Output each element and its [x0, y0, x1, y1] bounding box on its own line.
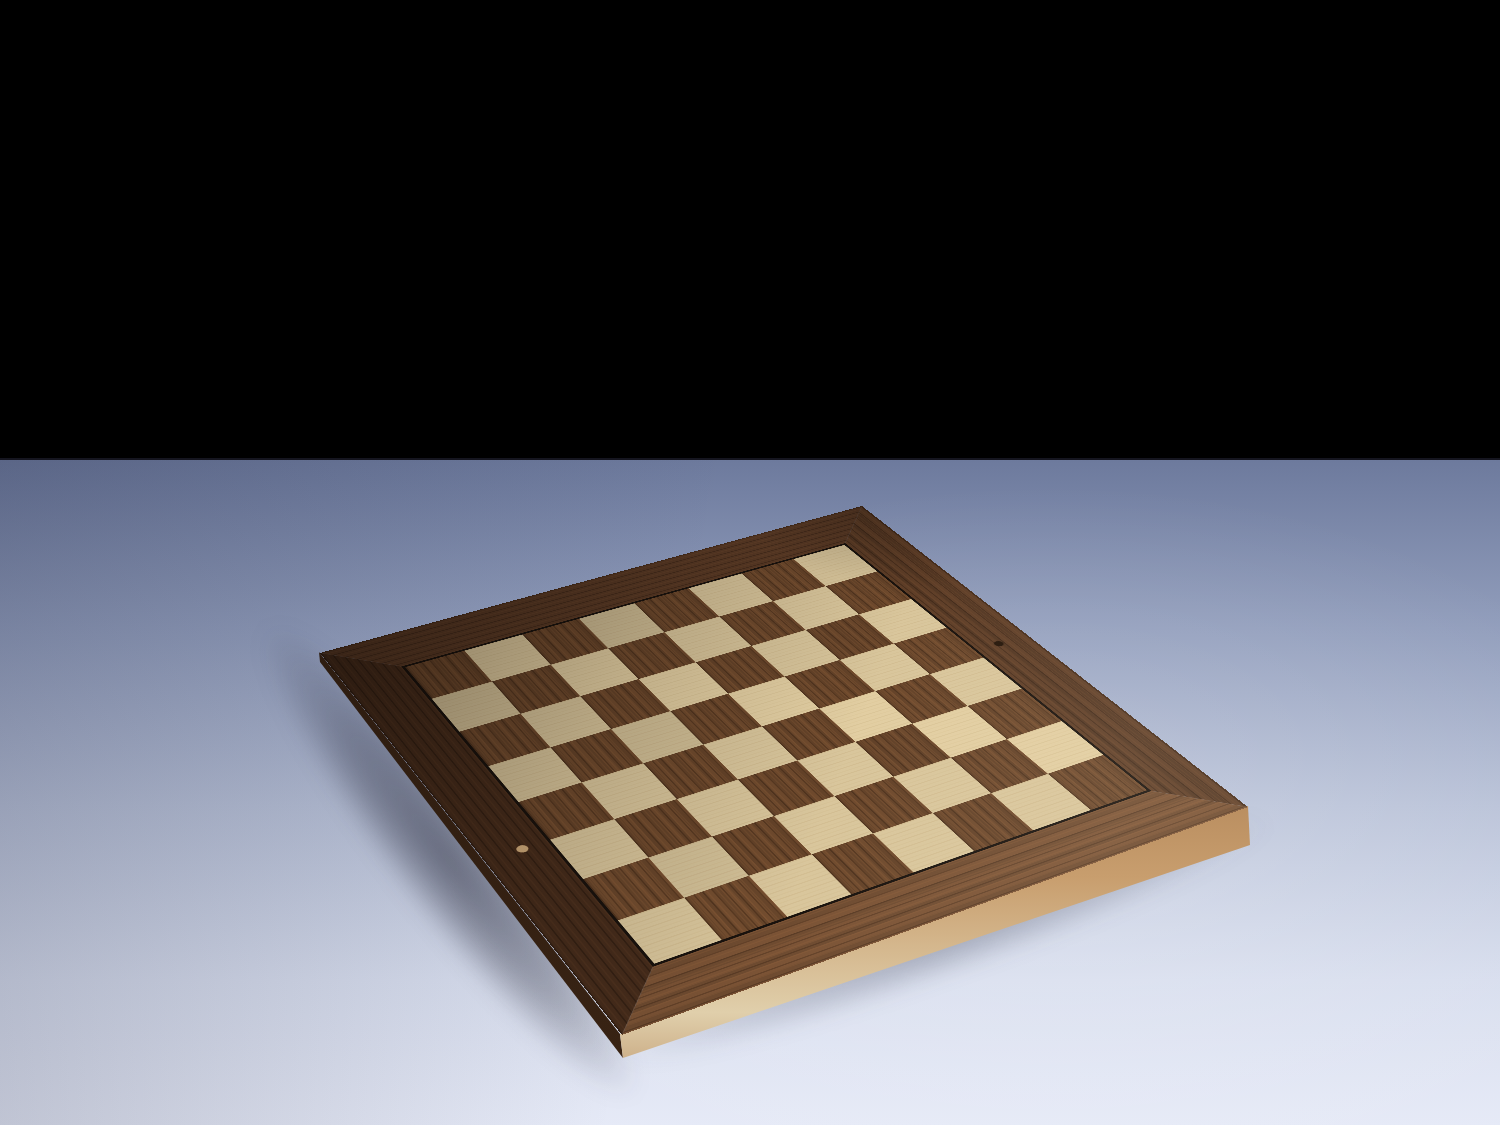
scene [0, 0, 1500, 1125]
black-backdrop [0, 0, 1500, 459]
